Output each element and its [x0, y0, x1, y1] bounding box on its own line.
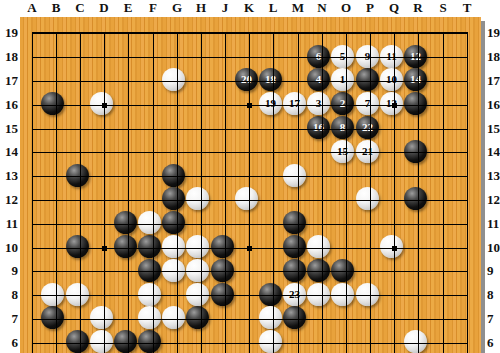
star-point-D10 [102, 246, 107, 251]
stone-white-G17[interactable] [162, 68, 185, 91]
grid-line-row-8 [32, 295, 468, 296]
stone-white-R6[interactable] [404, 330, 427, 353]
grid-line-row-7 [32, 319, 468, 320]
row-label-left-6: 6 [0, 335, 18, 351]
stone-black-B16[interactable] [41, 92, 64, 115]
stone-black-J10[interactable] [211, 235, 234, 258]
column-label-Q: Q [384, 0, 404, 16]
column-label-D: D [94, 0, 114, 16]
grid-line-row-14 [32, 152, 468, 153]
row-label-left-16: 16 [0, 97, 18, 113]
stone-black-F6[interactable] [138, 330, 161, 353]
stone-black-N17[interactable]: 4 [307, 68, 330, 91]
grid-line-row-15 [32, 129, 468, 130]
star-point-Q16 [392, 103, 397, 108]
row-label-right-16: 16 [487, 97, 500, 113]
move-number-label: 3 [316, 98, 322, 109]
move-number-label: 1 [340, 74, 346, 85]
stone-black-M7[interactable] [283, 306, 306, 329]
column-label-N: N [312, 0, 332, 16]
column-label-O: O [336, 0, 356, 16]
stone-black-F10[interactable] [138, 235, 161, 258]
row-label-left-10: 10 [0, 240, 18, 256]
stone-white-M16[interactable]: 17 [283, 92, 306, 115]
move-number-label: 10 [386, 74, 397, 85]
column-label-R: R [408, 0, 428, 16]
row-label-left-19: 19 [0, 25, 18, 41]
stone-white-D6[interactable] [90, 330, 113, 353]
stone-black-H7[interactable] [186, 306, 209, 329]
row-label-left-7: 7 [0, 311, 18, 327]
grid-line-row-13 [32, 176, 468, 177]
column-label-B: B [46, 0, 66, 16]
stone-white-L16[interactable]: 19 [259, 92, 282, 115]
board-drop-shadow [481, 21, 485, 353]
stone-white-L7[interactable] [259, 306, 282, 329]
stone-black-G12[interactable] [162, 187, 185, 210]
column-label-S: S [433, 0, 453, 16]
row-label-left-12: 12 [0, 192, 18, 208]
row-label-right-14: 14 [487, 144, 500, 160]
grid-line-row-19 [32, 32, 468, 34]
stone-black-P15[interactable]: 22 [356, 116, 379, 139]
grid-line-row-12 [32, 200, 468, 201]
stone-white-H12[interactable] [186, 187, 209, 210]
stone-white-G10[interactable] [162, 235, 185, 258]
star-point-K10 [247, 246, 252, 251]
column-label-F: F [143, 0, 163, 16]
grid-line-row-17 [32, 81, 468, 82]
row-label-left-9: 9 [0, 263, 18, 279]
row-label-left-17: 17 [0, 73, 18, 89]
row-label-left-8: 8 [0, 287, 18, 303]
stone-white-P16[interactable]: 7 [356, 92, 379, 115]
row-label-left-13: 13 [0, 168, 18, 184]
stone-black-E10[interactable] [114, 235, 137, 258]
row-label-right-9: 9 [487, 263, 500, 279]
star-point-Q10 [392, 246, 397, 251]
stone-white-N16[interactable]: 3 [307, 92, 330, 115]
grid-line-row-18 [32, 57, 468, 58]
row-label-right-10: 10 [487, 240, 500, 256]
row-label-right-8: 8 [487, 287, 500, 303]
go-board-panel: ABCDEFGHJKLMNOPQRST 19181716151413121110… [0, 0, 500, 353]
stone-black-G11[interactable] [162, 211, 185, 234]
grid-line-row-11 [32, 224, 468, 225]
row-label-left-11: 11 [0, 216, 18, 232]
grid-line-row-9 [32, 271, 468, 272]
column-label-A: A [22, 0, 42, 16]
stone-black-C10[interactable] [66, 235, 89, 258]
move-number-label: 20 [241, 74, 252, 85]
stone-black-N15[interactable]: 16 [307, 116, 330, 139]
stone-black-K17[interactable]: 20 [235, 68, 258, 91]
column-label-K: K [239, 0, 259, 16]
stone-black-P17[interactable] [356, 68, 379, 91]
stone-black-B7[interactable] [41, 306, 64, 329]
stone-white-O17[interactable]: 1 [331, 68, 354, 91]
stone-black-R12[interactable] [404, 187, 427, 210]
move-number-label: 18 [265, 74, 276, 85]
row-label-right-18: 18 [487, 49, 500, 65]
stone-white-L6[interactable] [259, 330, 282, 353]
column-label-L: L [263, 0, 283, 16]
stone-white-F11[interactable] [138, 211, 161, 234]
row-label-right-17: 17 [487, 73, 500, 89]
move-number-label: 2 [340, 98, 346, 109]
stone-white-H10[interactable] [186, 235, 209, 258]
row-label-right-11: 11 [487, 216, 500, 232]
stone-black-R16[interactable] [404, 92, 427, 115]
stone-black-O15[interactable]: 8 [331, 116, 354, 139]
stone-black-M11[interactable] [283, 211, 306, 234]
column-label-T: T [457, 0, 477, 16]
stone-white-P12[interactable] [356, 187, 379, 210]
column-label-M: M [288, 0, 308, 16]
row-label-left-15: 15 [0, 121, 18, 137]
stone-black-R17[interactable]: 14 [404, 68, 427, 91]
column-label-P: P [360, 0, 380, 16]
row-label-left-14: 14 [0, 144, 18, 160]
column-label-C: C [70, 0, 90, 16]
stone-black-C6[interactable] [66, 330, 89, 353]
stone-black-M10[interactable] [283, 235, 306, 258]
star-point-K16 [247, 103, 252, 108]
move-number-label: 19 [265, 98, 276, 109]
column-label-G: G [167, 0, 187, 16]
stone-black-E11[interactable] [114, 211, 137, 234]
column-label-E: E [118, 0, 138, 16]
stone-black-O16[interactable]: 2 [331, 92, 354, 115]
row-label-left-18: 18 [0, 49, 18, 65]
row-label-right-12: 12 [487, 192, 500, 208]
row-label-right-13: 13 [487, 168, 500, 184]
stone-white-N10[interactable] [307, 235, 330, 258]
move-number-label: 22 [362, 122, 373, 133]
stone-black-L17[interactable]: 18 [259, 68, 282, 91]
move-number-label: 4 [316, 74, 322, 85]
row-label-right-15: 15 [487, 121, 500, 137]
column-label-H: H [191, 0, 211, 16]
grid-line-row-6 [32, 343, 468, 344]
row-label-right-19: 19 [487, 25, 500, 41]
column-label-J: J [215, 0, 235, 16]
star-point-D16 [102, 103, 107, 108]
move-number-label: 14 [410, 74, 421, 85]
move-number-label: 8 [340, 122, 346, 133]
stone-white-D7[interactable] [90, 306, 113, 329]
stone-white-G7[interactable] [162, 306, 185, 329]
stone-white-Q17[interactable]: 10 [380, 68, 403, 91]
stone-white-K12[interactable] [235, 187, 258, 210]
stone-black-E6[interactable] [114, 330, 137, 353]
stone-white-F7[interactable] [138, 306, 161, 329]
row-label-right-7: 7 [487, 311, 500, 327]
row-label-right-6: 6 [487, 335, 500, 351]
